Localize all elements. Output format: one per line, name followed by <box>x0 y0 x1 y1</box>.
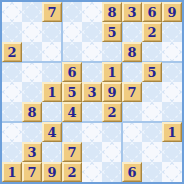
cell-r9c6[interactable] <box>102 162 122 182</box>
cell-r7c2[interactable] <box>22 122 42 142</box>
diamond-decoration-icon <box>142 82 162 102</box>
diamond-decoration-icon <box>22 62 42 82</box>
diamond-decoration-icon <box>162 82 182 102</box>
cell-r7c1[interactable] <box>2 122 22 142</box>
cell-r8c5[interactable] <box>82 142 102 162</box>
diamond-decoration-icon <box>22 82 42 102</box>
diamond-decoration-icon <box>22 22 42 42</box>
cell-r9c4: 2 <box>62 162 82 182</box>
cell-r1c8: 6 <box>142 2 162 22</box>
diamond-decoration-icon <box>62 22 82 42</box>
cell-r6c1[interactable] <box>2 102 22 122</box>
diamond-decoration-icon <box>82 2 102 22</box>
cell-r1c6: 8 <box>102 2 122 22</box>
cell-r7c9: 1 <box>162 122 182 142</box>
sudoku-board: 78369522861515397842413717926 <box>0 0 184 184</box>
cell-r2c5[interactable] <box>82 22 102 42</box>
diamond-decoration-icon <box>82 62 102 82</box>
cell-r8c9[interactable] <box>162 142 182 162</box>
cell-r4c3[interactable] <box>42 62 62 82</box>
diamond-decoration-icon <box>22 2 42 22</box>
cell-r6c9[interactable] <box>162 102 182 122</box>
diamond-decoration-icon <box>2 22 22 42</box>
diamond-decoration-icon <box>102 42 122 62</box>
diamond-decoration-icon <box>42 22 62 42</box>
cell-r8c2: 3 <box>22 142 42 162</box>
cell-r8c7[interactable] <box>122 142 142 162</box>
cell-r9c3: 9 <box>42 162 62 182</box>
cell-r1c1[interactable] <box>2 2 22 22</box>
diamond-decoration-icon <box>122 122 142 142</box>
diamond-decoration-icon <box>142 122 162 142</box>
diamond-decoration-icon <box>142 102 162 122</box>
cell-r3c3[interactable] <box>42 42 62 62</box>
sudoku-grid: 78369522861515397842413717926 <box>2 2 182 182</box>
cell-r1c4[interactable] <box>62 2 82 22</box>
cell-r7c8[interactable] <box>142 122 162 142</box>
diamond-decoration-icon <box>102 142 122 162</box>
diamond-decoration-icon <box>122 102 142 122</box>
cell-r5c7: 7 <box>122 82 142 102</box>
diamond-decoration-icon <box>102 162 122 182</box>
cell-r2c1[interactable] <box>2 22 22 42</box>
cell-r3c7: 8 <box>122 42 142 62</box>
cell-r4c2[interactable] <box>22 62 42 82</box>
diamond-decoration-icon <box>82 22 102 42</box>
cell-r3c9[interactable] <box>162 42 182 62</box>
diamond-decoration-icon <box>162 102 182 122</box>
cell-r8c3[interactable] <box>42 142 62 162</box>
cell-r9c8[interactable] <box>142 162 162 182</box>
diamond-decoration-icon <box>62 42 82 62</box>
cell-r1c9: 9 <box>162 2 182 22</box>
cell-r4c5[interactable] <box>82 62 102 82</box>
cell-r1c5[interactable] <box>82 2 102 22</box>
cell-r6c7[interactable] <box>122 102 142 122</box>
cell-r6c3[interactable] <box>42 102 62 122</box>
cell-r4c8: 5 <box>142 62 162 82</box>
cell-r7c7[interactable] <box>122 122 142 142</box>
cell-r7c3: 4 <box>42 122 62 142</box>
cell-r6c6: 2 <box>102 102 122 122</box>
cell-r4c7[interactable] <box>122 62 142 82</box>
cell-r3c6[interactable] <box>102 42 122 62</box>
cell-r6c2: 8 <box>22 102 42 122</box>
cell-r1c7: 3 <box>122 2 142 22</box>
cell-r4c9[interactable] <box>162 62 182 82</box>
cell-r5c3: 1 <box>42 82 62 102</box>
cell-r2c6: 5 <box>102 22 122 42</box>
cell-r3c1: 2 <box>2 42 22 62</box>
diamond-decoration-icon <box>162 62 182 82</box>
cell-r8c4: 7 <box>62 142 82 162</box>
cell-r6c8[interactable] <box>142 102 162 122</box>
cell-r9c7: 6 <box>122 162 142 182</box>
cell-r1c3: 7 <box>42 2 62 22</box>
diamond-decoration-icon <box>122 62 142 82</box>
diamond-decoration-icon <box>2 122 22 142</box>
cell-r5c8[interactable] <box>142 82 162 102</box>
cell-r1c2[interactable] <box>22 2 42 22</box>
diamond-decoration-icon <box>162 142 182 162</box>
diamond-decoration-icon <box>2 2 22 22</box>
diamond-decoration-icon <box>82 142 102 162</box>
diamond-decoration-icon <box>142 162 162 182</box>
cell-r2c3[interactable] <box>42 22 62 42</box>
cell-r4c4: 6 <box>62 62 82 82</box>
cell-r2c7[interactable] <box>122 22 142 42</box>
cell-r5c9[interactable] <box>162 82 182 102</box>
diamond-decoration-icon <box>102 122 122 142</box>
diamond-decoration-icon <box>162 22 182 42</box>
cell-r4c1[interactable] <box>2 62 22 82</box>
diamond-decoration-icon <box>22 42 42 62</box>
cell-r5c5: 3 <box>82 82 102 102</box>
cell-r9c9[interactable] <box>162 162 182 182</box>
cell-r4c6: 1 <box>102 62 122 82</box>
diamond-decoration-icon <box>2 82 22 102</box>
cell-r3c8[interactable] <box>142 42 162 62</box>
cell-r9c5[interactable] <box>82 162 102 182</box>
cell-r8c1[interactable] <box>2 142 22 162</box>
diamond-decoration-icon <box>62 2 82 22</box>
cell-r2c8: 2 <box>142 22 162 42</box>
cell-r3c5[interactable] <box>82 42 102 62</box>
diamond-decoration-icon <box>122 142 142 162</box>
cell-r5c2[interactable] <box>22 82 42 102</box>
diamond-decoration-icon <box>2 62 22 82</box>
cell-r7c6[interactable] <box>102 122 122 142</box>
diamond-decoration-icon <box>62 122 82 142</box>
cell-r2c4[interactable] <box>62 22 82 42</box>
diamond-decoration-icon <box>22 122 42 142</box>
cell-r9c2: 7 <box>22 162 42 182</box>
diamond-decoration-icon <box>122 22 142 42</box>
diamond-decoration-icon <box>42 142 62 162</box>
diamond-decoration-icon <box>2 142 22 162</box>
cell-r2c2[interactable] <box>22 22 42 42</box>
diamond-decoration-icon <box>82 42 102 62</box>
cell-r7c4[interactable] <box>62 122 82 142</box>
cell-r8c6[interactable] <box>102 142 122 162</box>
cell-r5c1[interactable] <box>2 82 22 102</box>
cell-r3c2[interactable] <box>22 42 42 62</box>
cell-r9c1: 1 <box>2 162 22 182</box>
cell-r6c4: 4 <box>62 102 82 122</box>
diamond-decoration-icon <box>162 42 182 62</box>
cell-r2c9[interactable] <box>162 22 182 42</box>
diamond-decoration-icon <box>162 162 182 182</box>
diamond-decoration-icon <box>142 142 162 162</box>
diamond-decoration-icon <box>82 162 102 182</box>
diamond-decoration-icon <box>2 102 22 122</box>
cell-r5c6: 9 <box>102 82 122 102</box>
cell-r7c5[interactable] <box>82 122 102 142</box>
diamond-decoration-icon <box>42 102 62 122</box>
cell-r5c4: 5 <box>62 82 82 102</box>
cell-r6c5[interactable] <box>82 102 102 122</box>
diamond-decoration-icon <box>42 62 62 82</box>
diamond-decoration-icon <box>142 42 162 62</box>
diamond-decoration-icon <box>42 42 62 62</box>
diamond-decoration-icon <box>82 122 102 142</box>
cell-r8c8[interactable] <box>142 142 162 162</box>
diamond-decoration-icon <box>82 102 102 122</box>
cell-r3c4[interactable] <box>62 42 82 62</box>
